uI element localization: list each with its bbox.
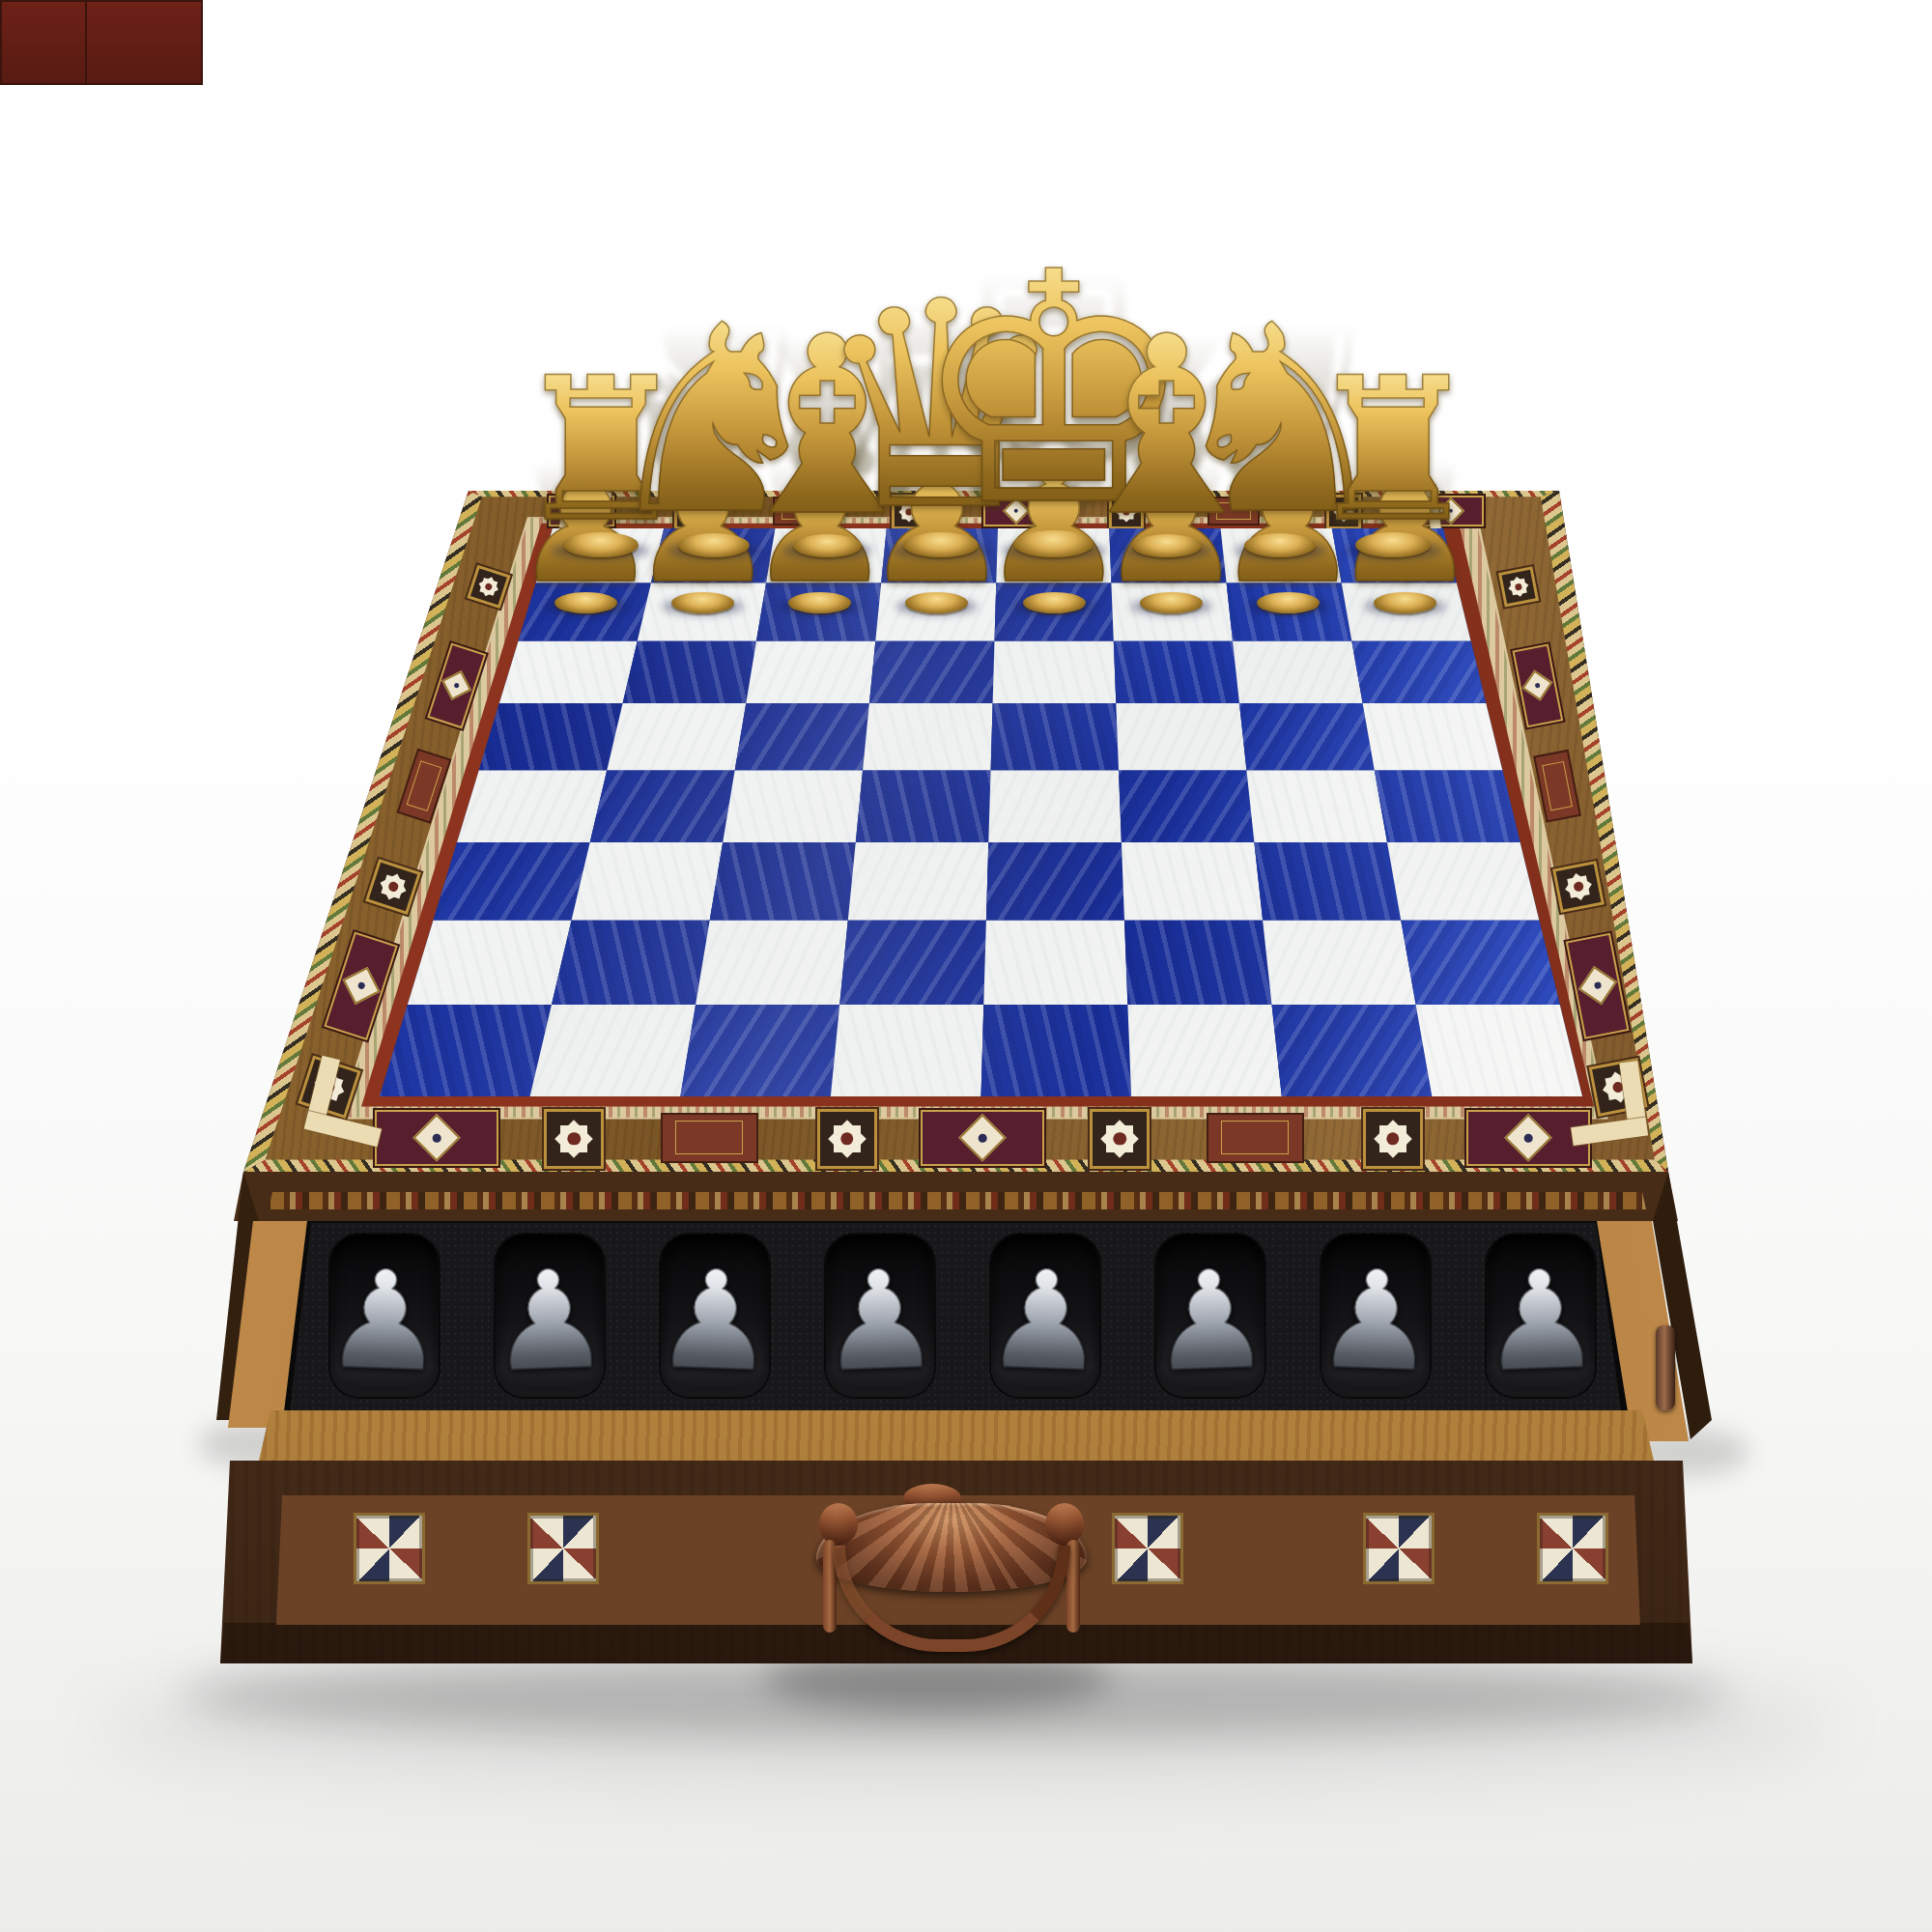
scene: ♜♞♝♛♚♝♞♜♟♟♟♟♟♟♟♟ ♜♞♝♛♚♝♞♜♟♟♟♟♟♟♟♟ ♟♟♟♟♟♟… [0,0,1932,1932]
handle-post-right [1045,1503,1084,1546]
handle-post-left [819,1503,858,1546]
drawer-handle [0,0,1932,1932]
drawer-assembly: ♟♟♟♟♟♟♟♟ [0,0,1932,1932]
handle-bail [833,1546,1070,1652]
